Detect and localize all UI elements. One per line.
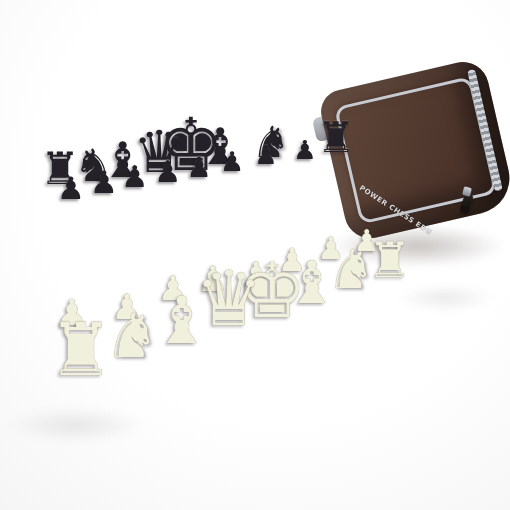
coord-label-c: c xyxy=(332,313,338,320)
square-d2 xyxy=(240,166,279,190)
square-e1 xyxy=(199,153,239,176)
piece-black-king-d1: ♚ xyxy=(158,108,223,181)
square-h8 xyxy=(76,337,133,384)
coord-label-g: g xyxy=(156,366,164,375)
square-d7 xyxy=(263,266,307,300)
mat-floor-shadow xyxy=(6,406,146,444)
piece-black-pawn-d2: ♟ xyxy=(186,154,211,182)
coord-label-7: 7 xyxy=(49,337,57,346)
piece-white-pawn-f7: ♟ xyxy=(158,271,188,305)
square-h3 xyxy=(74,209,123,240)
square-g6 xyxy=(127,271,177,308)
piece-white-pawn-e7: ♟ xyxy=(197,262,228,297)
square-d4 xyxy=(248,203,289,230)
square-e8 xyxy=(226,299,274,337)
square-h5 xyxy=(75,256,127,293)
coord-label-h: h xyxy=(93,159,99,164)
piece-black-knight-b1: ♞ xyxy=(252,121,291,164)
square-f1 xyxy=(161,157,203,181)
piece-white-rook-h8: ♜ xyxy=(48,313,113,386)
piece-black-pawn-b2: ♟ xyxy=(254,142,277,168)
piece-white-knight-g8: ♞ xyxy=(104,305,160,367)
coord-label-6: 6 xyxy=(49,308,57,316)
coord-label-g: g xyxy=(137,155,143,159)
square-g8 xyxy=(131,323,184,367)
coord-label-e: e xyxy=(251,337,258,345)
piece-black-queen-e1: ♛ xyxy=(133,123,185,181)
square-e4 xyxy=(210,210,253,239)
square-f5 xyxy=(171,238,217,271)
square-g5 xyxy=(125,247,174,282)
coord-label-e: e xyxy=(214,146,219,150)
piece-white-pawn-g7: ♟ xyxy=(111,290,142,325)
square-h1 xyxy=(74,167,120,194)
square-f8 xyxy=(181,311,231,352)
bag-rotated-group: POWER CHESS EDU xyxy=(286,32,510,283)
square-f4 xyxy=(168,216,213,246)
coord-label-f: f xyxy=(178,150,181,154)
square-e6 xyxy=(218,252,263,285)
square-d5 xyxy=(253,223,295,252)
coord-label-c: c xyxy=(281,139,285,143)
piece-black-pawn-e2: ♟ xyxy=(155,157,182,187)
coord-label-b: b xyxy=(367,302,374,309)
coord-label-1: 1 xyxy=(51,183,58,189)
piece-white-bishop-f8: ♝ xyxy=(153,288,211,353)
piece-white-pawn-h7: ♟ xyxy=(56,295,88,331)
coord-label-d: d xyxy=(293,325,300,333)
piece-black-bishop-f1: ♝ xyxy=(101,136,145,185)
square-h7 xyxy=(76,308,131,351)
piece-black-knight-g1: ♞ xyxy=(74,143,114,188)
square-h2 xyxy=(74,188,122,217)
square-c8 xyxy=(307,279,350,313)
mat-floor-shadow xyxy=(396,284,496,312)
piece-black-rook-h1: ♜ xyxy=(40,146,80,191)
piece-white-queen-e8: ♛ xyxy=(195,261,263,337)
piece-black-bishop-c1: ♝ xyxy=(198,122,243,172)
square-e7 xyxy=(222,275,268,311)
coord-label-2: 2 xyxy=(51,205,58,211)
square-d8 xyxy=(268,289,313,325)
square-d6 xyxy=(258,244,301,275)
coord-label-3: 3 xyxy=(50,228,57,235)
coord-label-d: d xyxy=(249,142,254,146)
square-e2 xyxy=(203,171,244,196)
square-h6 xyxy=(75,281,128,321)
coord-label-f: f xyxy=(207,352,212,360)
square-f7 xyxy=(177,285,226,323)
square-f3 xyxy=(166,196,210,224)
square-g4 xyxy=(123,224,171,256)
square-c1 xyxy=(269,145,306,166)
coord-label-5: 5 xyxy=(50,280,58,288)
square-g3 xyxy=(122,202,169,232)
piece-black-pawn-h2: ♟ xyxy=(57,173,85,204)
square-g2 xyxy=(120,182,165,209)
piece-white-pawn-d7: ♟ xyxy=(241,257,271,291)
piece-black-pawn-f2: ♟ xyxy=(122,162,149,192)
square-g1 xyxy=(119,162,163,187)
piece-white-king-d8: ♚ xyxy=(237,252,306,329)
square-e5 xyxy=(214,230,258,261)
product-photo-canvas: hh11gg22ff33ee44dd55cc66bb77aa88 POWER C… xyxy=(0,0,510,510)
coord-label-4: 4 xyxy=(50,253,58,260)
piece-black-pawn-c2: ♟ xyxy=(220,148,244,175)
coord-label-h: h xyxy=(102,383,110,393)
piece-black-pawn-g2: ♟ xyxy=(90,167,118,198)
square-e3 xyxy=(206,190,248,217)
square-g7 xyxy=(129,296,181,337)
square-h4 xyxy=(75,232,125,266)
square-d1 xyxy=(236,149,274,171)
square-f2 xyxy=(163,176,206,202)
square-f6 xyxy=(174,261,222,296)
square-d3 xyxy=(244,184,284,209)
piece-white-pawn-c7: ♟ xyxy=(278,244,307,276)
chess-bag: POWER CHESS EDU xyxy=(307,52,510,262)
coord-label-8: 8 xyxy=(48,369,57,379)
